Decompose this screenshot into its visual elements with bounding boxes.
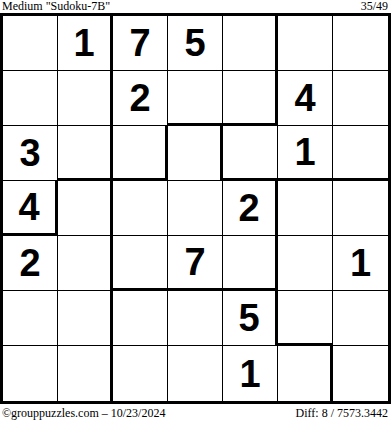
cell-r2c7[interactable] [333,71,388,126]
cell-r1c5[interactable] [223,16,278,71]
puzzle-title: Medium "Sudoku-7B" [2,0,110,13]
cell-r5c2[interactable] [58,236,113,291]
cell-r2c1[interactable] [3,71,58,126]
cell-r5c6[interactable] [278,236,333,291]
cell-r1c2: 1 [58,16,113,71]
cell-r4c1: 4 [3,181,58,236]
cells-remaining-counter: 35/49 [361,0,388,13]
header: Medium "Sudoku-7B" 35/49 [2,0,388,13]
cell-r6c2[interactable] [58,291,113,346]
cell-r4c3[interactable] [113,181,168,236]
cell-r7c2[interactable] [58,346,113,401]
cell-r6c3[interactable] [113,291,168,346]
cell-r6c1[interactable] [3,291,58,346]
cell-r5c3[interactable] [113,236,168,291]
cell-r3c1: 3 [3,126,58,181]
cell-r7c1[interactable] [3,346,58,401]
copyright-text: ©grouppuzzles.com – 10/23/2024 [2,406,165,420]
cell-r3c2[interactable] [58,126,113,181]
cell-r6c4[interactable] [168,291,223,346]
cell-r7c5: 1 [223,346,278,401]
cell-r2c4[interactable] [168,71,223,126]
cell-r4c6[interactable] [278,181,333,236]
cell-r2c5[interactable] [223,71,278,126]
cell-r6c5: 5 [223,291,278,346]
cell-r7c3[interactable] [113,346,168,401]
puzzle-page: Medium "Sudoku-7B" 35/49 17524314227151 … [0,0,391,426]
cell-r4c7[interactable] [333,181,388,236]
cell-r4c4[interactable] [168,181,223,236]
cell-r3c6: 1 [278,126,333,181]
cell-r4c2[interactable] [58,181,113,236]
cell-r2c6: 4 [278,71,333,126]
footer: ©grouppuzzles.com – 10/23/2024 Diff: 8 /… [2,406,388,420]
cell-r1c3: 7 [113,16,168,71]
cell-r6c7[interactable] [333,291,388,346]
cell-r3c7[interactable] [333,126,388,181]
cell-r7c4[interactable] [168,346,223,401]
cell-r5c1: 2 [3,236,58,291]
cell-r7c7[interactable] [333,346,388,401]
cell-r1c6[interactable] [278,16,333,71]
cell-r5c7: 1 [333,236,388,291]
cell-r1c1[interactable] [3,16,58,71]
cell-r5c4: 7 [168,236,223,291]
cell-r3c3[interactable] [113,126,168,181]
cell-r5c5[interactable] [223,236,278,291]
cell-r1c7[interactable] [333,16,388,71]
cell-r4c5: 2 [223,181,278,236]
cell-r3c5[interactable] [223,126,278,181]
cell-r3c4[interactable] [168,126,223,181]
cell-r1c4: 5 [168,16,223,71]
cell-r6c6[interactable] [278,291,333,346]
cell-r2c2[interactable] [58,71,113,126]
cell-r2c3: 2 [113,71,168,126]
cell-r7c6[interactable] [278,346,333,401]
difficulty-text: Diff: 8 / 7573.3442 [296,406,388,420]
sudoku-board: 17524314227151 [0,13,391,404]
